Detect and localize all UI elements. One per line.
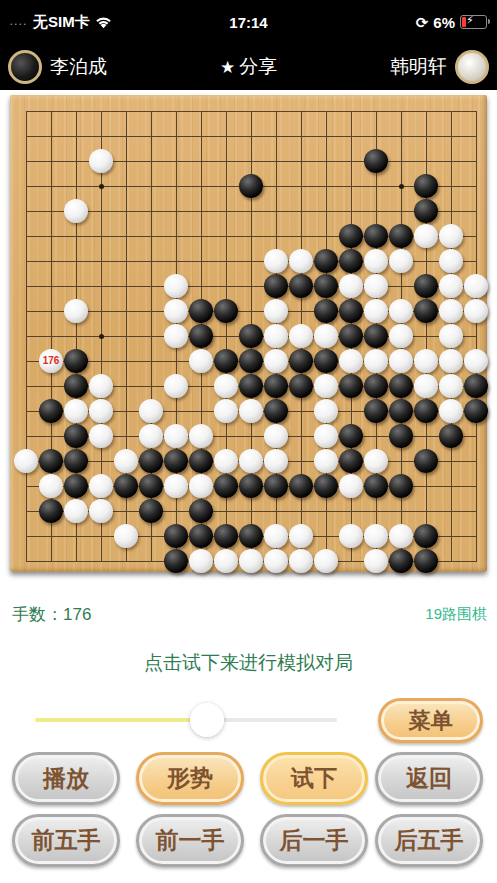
status-bar: .... 无SIM卡 17:14 ⟳ 6% ⚡	[0, 0, 497, 44]
black-stone	[239, 349, 263, 373]
white-stone	[414, 224, 438, 248]
black-stone	[139, 474, 163, 498]
white-stone	[364, 349, 388, 373]
black-player-avatar	[8, 50, 42, 84]
black-stone	[364, 374, 388, 398]
black-stone	[364, 474, 388, 498]
black-stone	[414, 299, 438, 323]
black-stone	[439, 424, 463, 448]
black-stone	[364, 149, 388, 173]
white-stone	[339, 349, 363, 373]
next-one-button[interactable]: 后一手	[260, 814, 368, 867]
white-stone	[439, 324, 463, 348]
white-stone	[64, 499, 88, 523]
white-stone	[214, 549, 238, 573]
wifi-icon	[95, 16, 112, 29]
grid-line	[476, 111, 477, 562]
white-stone	[314, 399, 338, 423]
try-move-button[interactable]: 试下	[260, 752, 368, 805]
white-stone	[164, 299, 188, 323]
white-stone	[464, 349, 488, 373]
white-stone	[389, 299, 413, 323]
black-stone	[339, 449, 363, 473]
white-stone	[339, 474, 363, 498]
move-count-label: 手数：176	[12, 603, 91, 626]
black-stone	[189, 449, 213, 473]
white-stone	[264, 449, 288, 473]
white-stone	[189, 349, 213, 373]
white-stone	[164, 424, 188, 448]
black-stone	[239, 174, 263, 198]
rotation-lock-icon: ⟳	[416, 15, 429, 30]
black-stone	[39, 499, 63, 523]
black-stone	[164, 524, 188, 548]
white-stone	[214, 374, 238, 398]
white-stone	[139, 399, 163, 423]
black-stone	[214, 299, 238, 323]
white-stone	[439, 349, 463, 373]
black-stone	[189, 499, 213, 523]
star-point	[399, 184, 404, 189]
white-stone	[39, 474, 63, 498]
white-stone	[214, 399, 238, 423]
black-stone	[389, 549, 413, 573]
black-stone	[189, 324, 213, 348]
black-stone	[264, 274, 288, 298]
white-stone	[189, 474, 213, 498]
slider-thumb[interactable]	[190, 703, 224, 737]
black-stone	[289, 274, 313, 298]
white-stone	[339, 524, 363, 548]
black-stone	[189, 299, 213, 323]
white-stone	[89, 474, 113, 498]
black-stone	[139, 499, 163, 523]
white-player-name: 韩明轩	[390, 54, 447, 80]
signal-dots-icon: ....	[10, 17, 28, 27]
white-stone	[214, 449, 238, 473]
white-stone	[89, 149, 113, 173]
battery-icon: ⚡	[460, 15, 487, 29]
black-stone	[414, 199, 438, 223]
black-stone	[214, 474, 238, 498]
white-stone	[389, 349, 413, 373]
black-stone	[139, 449, 163, 473]
black-stone	[464, 399, 488, 423]
white-stone	[439, 299, 463, 323]
black-stone	[64, 424, 88, 448]
share-label: 分享	[239, 56, 277, 77]
black-stone	[239, 524, 263, 548]
black-stone	[314, 299, 338, 323]
white-stone	[164, 374, 188, 398]
battery-percent-label: 6%	[433, 14, 455, 31]
black-stone	[64, 374, 88, 398]
black-stone	[39, 399, 63, 423]
last-move-number: 176	[43, 356, 60, 366]
back-button[interactable]: 返回	[375, 752, 483, 805]
white-stone	[164, 474, 188, 498]
white-stone	[89, 424, 113, 448]
share-star-icon: ★	[220, 58, 235, 77]
black-stone	[264, 374, 288, 398]
black-stone	[264, 474, 288, 498]
black-stone	[339, 299, 363, 323]
white-stone	[164, 274, 188, 298]
white-stone	[264, 249, 288, 273]
black-stone	[289, 374, 313, 398]
white-stone	[114, 449, 138, 473]
black-stone	[214, 349, 238, 373]
black-stone	[389, 374, 413, 398]
white-stone	[364, 299, 388, 323]
white-stone	[439, 374, 463, 398]
white-stone	[339, 274, 363, 298]
hint-text: 点击试下来进行模拟对局	[0, 650, 497, 676]
white-stone	[14, 449, 38, 473]
black-stone	[364, 324, 388, 348]
white-stone	[364, 549, 388, 573]
white-stone	[264, 349, 288, 373]
white-stone	[364, 274, 388, 298]
black-stone	[414, 174, 438, 198]
black-stone	[164, 549, 188, 573]
white-stone: 176	[39, 349, 63, 373]
white-stone	[64, 299, 88, 323]
white-player-avatar	[455, 50, 489, 84]
black-stone	[414, 449, 438, 473]
game-header: 李泊成 ★分享 韩明轩	[0, 44, 497, 90]
battery-nub	[488, 19, 490, 24]
black-stone	[264, 399, 288, 423]
black-stone	[64, 349, 88, 373]
black-stone	[189, 524, 213, 548]
black-stone	[339, 324, 363, 348]
white-stone	[364, 524, 388, 548]
white-stone	[364, 249, 388, 273]
white-stone	[439, 399, 463, 423]
white-stone	[414, 374, 438, 398]
black-stone	[339, 374, 363, 398]
white-stone	[439, 249, 463, 273]
board-type-label: 19路围棋	[425, 605, 487, 624]
next-five-button[interactable]: 后五手	[375, 814, 483, 867]
white-stone	[464, 274, 488, 298]
black-stone	[239, 374, 263, 398]
white-stone	[89, 499, 113, 523]
white-stone	[314, 374, 338, 398]
black-stone	[339, 424, 363, 448]
black-stone	[414, 524, 438, 548]
black-stone	[364, 399, 388, 423]
white-stone	[114, 524, 138, 548]
white-stone	[289, 324, 313, 348]
black-stone	[214, 524, 238, 548]
white-stone	[164, 324, 188, 348]
white-stone	[289, 549, 313, 573]
white-stone	[389, 524, 413, 548]
black-stone	[314, 249, 338, 273]
white-stone	[314, 424, 338, 448]
black-stone	[239, 324, 263, 348]
white-stone	[314, 549, 338, 573]
white-stone	[289, 524, 313, 548]
white-stone	[364, 449, 388, 473]
black-stone	[64, 449, 88, 473]
black-stone	[314, 474, 338, 498]
white-stone	[189, 549, 213, 573]
black-stone	[389, 474, 413, 498]
black-stone	[339, 249, 363, 273]
white-stone	[389, 249, 413, 273]
black-stone	[289, 349, 313, 373]
white-stone	[464, 299, 488, 323]
white-stone	[239, 549, 263, 573]
move-slider[interactable]	[35, 703, 337, 737]
white-stone	[314, 324, 338, 348]
white-stone	[439, 224, 463, 248]
white-stone	[264, 549, 288, 573]
white-stone	[314, 449, 338, 473]
black-stone	[314, 274, 338, 298]
white-stone	[239, 449, 263, 473]
black-stone	[39, 449, 63, 473]
white-stone	[264, 424, 288, 448]
black-stone	[239, 474, 263, 498]
slider-track-fill	[35, 718, 207, 722]
black-stone	[289, 474, 313, 498]
white-stone	[264, 524, 288, 548]
white-stone	[439, 274, 463, 298]
black-player-name: 李泊成	[50, 54, 107, 80]
black-stone	[314, 349, 338, 373]
black-stone	[464, 374, 488, 398]
black-stone	[114, 474, 138, 498]
white-stone	[89, 374, 113, 398]
white-stone	[389, 324, 413, 348]
black-stone	[164, 449, 188, 473]
white-stone	[189, 424, 213, 448]
black-stone	[389, 224, 413, 248]
black-stone	[389, 424, 413, 448]
white-stone	[64, 199, 88, 223]
carrier-label: 无SIM卡	[33, 13, 90, 32]
white-stone	[239, 399, 263, 423]
white-stone	[289, 249, 313, 273]
star-point	[99, 184, 104, 189]
black-stone	[389, 399, 413, 423]
white-stone	[64, 399, 88, 423]
shape-button[interactable]: 形势	[136, 752, 244, 805]
play-button[interactable]: 播放	[12, 752, 120, 805]
white-stone	[264, 299, 288, 323]
black-stone	[414, 274, 438, 298]
white-stone	[89, 399, 113, 423]
black-stone	[64, 474, 88, 498]
prev-one-button[interactable]: 前一手	[136, 814, 244, 867]
menu-button[interactable]: 菜单	[378, 698, 483, 743]
black-stone	[414, 399, 438, 423]
go-board[interactable]: 176	[10, 95, 487, 572]
white-stone	[264, 324, 288, 348]
black-stone	[364, 224, 388, 248]
white-stone	[414, 349, 438, 373]
charging-bolt-icon: ⚡	[466, 14, 474, 27]
black-stone	[414, 549, 438, 573]
prev-five-button[interactable]: 前五手	[12, 814, 120, 867]
black-stone	[339, 224, 363, 248]
star-point	[99, 334, 104, 339]
white-stone	[139, 424, 163, 448]
